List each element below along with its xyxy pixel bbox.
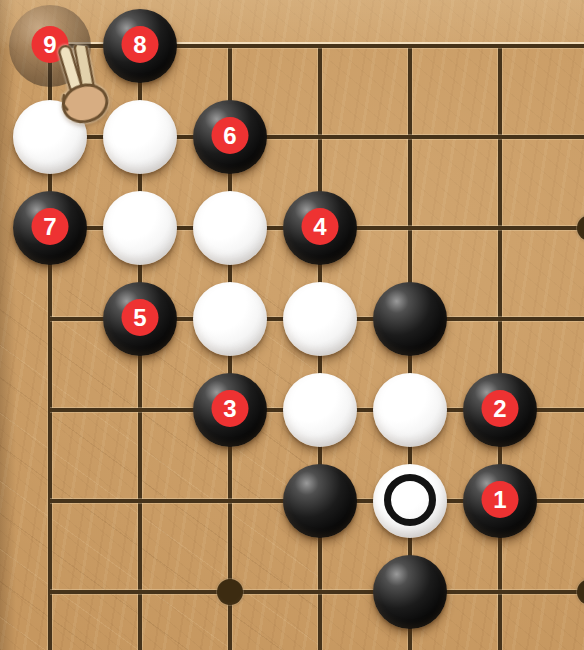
board-intersection[interactable] xyxy=(365,546,455,637)
white-stone xyxy=(103,100,177,174)
move-number-badge: 1 xyxy=(482,481,519,518)
grid-line-horizontal xyxy=(365,226,455,230)
board-intersection[interactable] xyxy=(455,637,545,650)
move-number-badge: 8 xyxy=(122,26,159,63)
move-number-badge: 6 xyxy=(212,117,249,154)
board-intersection[interactable] xyxy=(365,182,455,273)
board-intersection[interactable] xyxy=(365,0,455,91)
board-intersection[interactable] xyxy=(365,364,455,455)
board-intersection[interactable] xyxy=(95,455,185,546)
grid-line-horizontal xyxy=(50,317,95,321)
board-intersection[interactable] xyxy=(5,273,95,364)
board-intersection[interactable]: 3 xyxy=(185,364,275,455)
grid-line-horizontal xyxy=(545,499,584,503)
board-intersection[interactable] xyxy=(95,182,185,273)
grid-line-horizontal xyxy=(95,408,185,412)
move-number-badge: 3 xyxy=(212,390,249,427)
grid-line-horizontal xyxy=(455,135,545,139)
board-intersection[interactable] xyxy=(5,364,95,455)
board-intersection[interactable] xyxy=(545,91,584,182)
grid-line-vertical xyxy=(318,46,322,92)
white-stone xyxy=(193,191,267,265)
grid-line-vertical xyxy=(48,637,52,650)
board-intersection[interactable] xyxy=(275,637,365,650)
move-number-badge: 7 xyxy=(32,208,69,245)
board-intersection[interactable] xyxy=(275,91,365,182)
grid-line-horizontal xyxy=(50,590,95,594)
board-intersection[interactable] xyxy=(5,546,95,637)
board-intersection[interactable] xyxy=(545,455,584,546)
grid-line-horizontal xyxy=(455,226,545,230)
white-stone xyxy=(373,373,447,447)
tap-cursor-icon xyxy=(45,43,119,127)
white-stone xyxy=(103,191,177,265)
grid-line-vertical xyxy=(498,637,502,650)
board-intersection[interactable] xyxy=(275,455,365,546)
board-intersection[interactable] xyxy=(185,0,275,91)
board-intersection[interactable]: 9 xyxy=(5,0,95,91)
grid-line-horizontal xyxy=(275,135,365,139)
grid-line-horizontal xyxy=(455,590,545,594)
grid-line-horizontal xyxy=(455,44,545,48)
board-intersection[interactable]: 7 xyxy=(5,182,95,273)
star-point xyxy=(577,579,584,605)
move-number-badge: 5 xyxy=(122,299,159,336)
board-intersection[interactable] xyxy=(365,455,455,546)
white-stone xyxy=(283,282,357,356)
board-intersection[interactable]: 5 xyxy=(95,273,185,364)
go-board: 9 86745321 xyxy=(0,0,584,650)
grid-line-vertical xyxy=(408,46,412,92)
grid-line-horizontal xyxy=(545,408,584,412)
star-point xyxy=(577,215,584,241)
grid-line-vertical xyxy=(498,46,502,92)
black-stone xyxy=(373,282,447,356)
board-intersection[interactable] xyxy=(545,182,584,273)
grid-line-horizontal xyxy=(95,590,185,594)
grid-line-horizontal xyxy=(275,44,365,48)
grid-line-horizontal xyxy=(50,408,95,412)
board-intersection[interactable] xyxy=(5,637,95,650)
grid-line-vertical xyxy=(228,637,232,650)
grid-line-vertical xyxy=(318,637,322,650)
board-intersection[interactable] xyxy=(95,637,185,650)
grid-line-horizontal xyxy=(545,44,584,48)
board-intersection[interactable] xyxy=(185,455,275,546)
board-intersection[interactable] xyxy=(545,364,584,455)
grid-line-horizontal xyxy=(95,499,185,503)
grid-line-vertical xyxy=(408,637,412,650)
circle-marker xyxy=(384,473,436,525)
grid-line-horizontal xyxy=(185,44,275,48)
black-stone xyxy=(373,555,447,629)
board-intersection[interactable] xyxy=(275,0,365,91)
board-intersection[interactable] xyxy=(545,0,584,91)
grid-line-horizontal xyxy=(455,317,545,321)
board-intersection[interactable] xyxy=(275,364,365,455)
board-intersection[interactable]: 1 xyxy=(455,455,545,546)
board-intersection[interactable] xyxy=(455,182,545,273)
grid-line-horizontal xyxy=(185,499,275,503)
grid-line-horizontal xyxy=(50,499,95,503)
star-point xyxy=(217,579,243,605)
board-intersection[interactable] xyxy=(455,91,545,182)
move-number-badge: 2 xyxy=(482,390,519,427)
board-intersection[interactable] xyxy=(545,546,584,637)
grid-line-horizontal xyxy=(365,44,455,48)
white-stone xyxy=(283,373,357,447)
grid-line-horizontal xyxy=(545,317,584,321)
board-intersection[interactable] xyxy=(95,364,185,455)
grid-line-horizontal xyxy=(545,135,584,139)
board-intersection[interactable] xyxy=(185,546,275,637)
board-intersection[interactable] xyxy=(185,273,275,364)
board-intersection[interactable] xyxy=(275,273,365,364)
board-intersection[interactable] xyxy=(365,91,455,182)
black-stone xyxy=(283,464,357,538)
white-stone xyxy=(193,282,267,356)
grid-line-horizontal xyxy=(275,590,365,594)
board-intersection[interactable] xyxy=(185,182,275,273)
board-intersection[interactable] xyxy=(455,546,545,637)
board-intersection[interactable] xyxy=(185,637,275,650)
board-intersection[interactable]: 4 xyxy=(275,182,365,273)
board-intersection[interactable] xyxy=(275,546,365,637)
board-intersection[interactable] xyxy=(365,637,455,650)
board-intersection[interactable]: 6 xyxy=(185,91,275,182)
board-intersection[interactable] xyxy=(5,455,95,546)
board-intersection[interactable] xyxy=(365,273,455,364)
grid-line-vertical xyxy=(138,637,142,650)
board-intersection[interactable] xyxy=(95,546,185,637)
board-intersection[interactable] xyxy=(545,637,584,650)
board-intersection[interactable] xyxy=(455,0,545,91)
board-intersection[interactable] xyxy=(455,273,545,364)
board-intersection[interactable] xyxy=(545,273,584,364)
grid-line-vertical xyxy=(228,46,232,92)
go-board-grid: 9 86745321 xyxy=(5,0,584,650)
grid-line-horizontal xyxy=(365,135,455,139)
board-intersection[interactable]: 2 xyxy=(455,364,545,455)
move-number-badge: 4 xyxy=(302,208,339,245)
